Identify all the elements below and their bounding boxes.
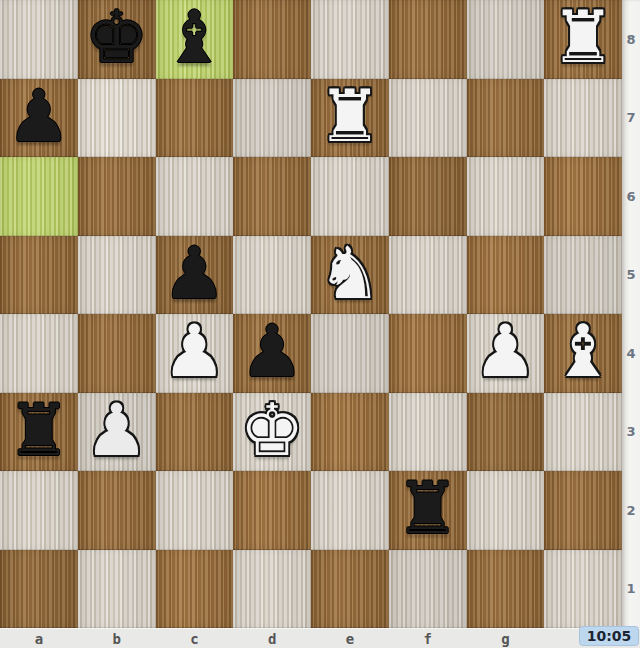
piece-white-pawn-c4[interactable]: ♟	[162, 315, 227, 387]
square-g3[interactable]	[467, 393, 545, 472]
square-c3[interactable]	[156, 393, 234, 472]
square-g1[interactable]	[467, 550, 545, 629]
file-label-a: a	[0, 629, 78, 648]
rank-label-4: 4	[622, 314, 640, 393]
square-b5[interactable]	[78, 236, 156, 315]
piece-white-pawn-g4[interactable]: ♟	[473, 315, 538, 387]
rank-label-6: 6	[622, 157, 640, 236]
file-label-e: e	[311, 629, 389, 648]
square-f8[interactable]	[389, 0, 467, 79]
square-e6[interactable]	[311, 157, 389, 236]
piece-white-bishop-h4[interactable]: ♝	[551, 315, 616, 387]
file-label-c: c	[156, 629, 234, 648]
square-h3[interactable]	[544, 393, 622, 472]
square-f2[interactable]: ♜	[389, 471, 467, 550]
square-d5[interactable]	[233, 236, 311, 315]
square-a6[interactable]	[0, 157, 78, 236]
square-d8[interactable]	[233, 0, 311, 79]
square-b6[interactable]	[78, 157, 156, 236]
square-a5[interactable]	[0, 236, 78, 315]
square-h2[interactable]	[544, 471, 622, 550]
square-b3[interactable]: ♟	[78, 393, 156, 472]
square-d4[interactable]: ♟	[233, 314, 311, 393]
square-d3[interactable]: ♚	[233, 393, 311, 472]
square-c7[interactable]	[156, 79, 234, 158]
piece-white-pawn-b3[interactable]: ♟	[84, 394, 149, 466]
rank-label-8: 8	[622, 0, 640, 79]
piece-white-knight-e5[interactable]: ♞	[318, 237, 383, 309]
square-e5[interactable]: ♞	[311, 236, 389, 315]
file-label-f: f	[389, 629, 467, 648]
square-h6[interactable]	[544, 157, 622, 236]
square-e4[interactable]	[311, 314, 389, 393]
rank-label-7: 7	[622, 79, 640, 158]
rank-label-3: 3	[622, 393, 640, 472]
square-a7[interactable]: ♟	[0, 79, 78, 158]
square-c2[interactable]	[156, 471, 234, 550]
rank-label-1: 1	[622, 550, 640, 629]
clock: 10:05	[579, 626, 639, 646]
square-a2[interactable]	[0, 471, 78, 550]
square-f7[interactable]	[389, 79, 467, 158]
square-g6[interactable]	[467, 157, 545, 236]
file-coordinate-strip: abcdefg	[0, 628, 640, 648]
file-label-b: b	[78, 629, 156, 648]
piece-black-pawn-d4[interactable]: ♟	[240, 315, 305, 387]
square-f4[interactable]	[389, 314, 467, 393]
square-g7[interactable]	[467, 79, 545, 158]
square-e8[interactable]	[311, 0, 389, 79]
square-e1[interactable]	[311, 550, 389, 629]
square-a1[interactable]	[0, 550, 78, 629]
square-d7[interactable]	[233, 79, 311, 158]
square-h5[interactable]	[544, 236, 622, 315]
square-c5[interactable]: ♟	[156, 236, 234, 315]
square-h1[interactable]	[544, 550, 622, 629]
rank-coordinate-strip: 87654321	[622, 0, 640, 628]
square-a8[interactable]	[0, 0, 78, 79]
piece-black-king-b8[interactable]: ♚	[84, 1, 149, 73]
square-g5[interactable]	[467, 236, 545, 315]
square-h8[interactable]: ♜	[544, 0, 622, 79]
file-label-d: d	[233, 629, 311, 648]
piece-black-rook-f2[interactable]: ♜	[395, 472, 460, 544]
piece-black-rook-a3[interactable]: ♜	[7, 394, 72, 466]
square-h4[interactable]: ♝	[544, 314, 622, 393]
square-c8[interactable]: ♝	[156, 0, 234, 79]
square-f6[interactable]	[389, 157, 467, 236]
square-d2[interactable]	[233, 471, 311, 550]
piece-black-pawn-a7[interactable]: ♟	[7, 80, 72, 152]
square-b7[interactable]	[78, 79, 156, 158]
square-f3[interactable]	[389, 393, 467, 472]
square-d6[interactable]	[233, 157, 311, 236]
file-label-g: g	[467, 629, 545, 648]
rank-label-5: 5	[622, 236, 640, 315]
square-c6[interactable]	[156, 157, 234, 236]
piece-white-king-d3[interactable]: ♚	[240, 394, 305, 466]
square-e3[interactable]	[311, 393, 389, 472]
piece-black-bishop-c8[interactable]: ♝	[162, 1, 227, 73]
square-b8[interactable]: ♚	[78, 0, 156, 79]
piece-white-rook-h8[interactable]: ♜	[551, 1, 616, 73]
chess-board: ♚♝♜♟♜♟♞♟♟♟♝♜♟♚♜	[0, 0, 622, 628]
square-a4[interactable]	[0, 314, 78, 393]
chess-app: ♚♝♜♟♜♟♞♟♟♟♝♜♟♚♜ 87654321 abcdefg 10:05	[0, 0, 640, 648]
square-c1[interactable]	[156, 550, 234, 629]
square-b1[interactable]	[78, 550, 156, 629]
square-h7[interactable]	[544, 79, 622, 158]
piece-white-rook-e7[interactable]: ♜	[318, 80, 383, 152]
square-f5[interactable]	[389, 236, 467, 315]
square-a3[interactable]: ♜	[0, 393, 78, 472]
square-g4[interactable]: ♟	[467, 314, 545, 393]
piece-black-pawn-c5[interactable]: ♟	[162, 237, 227, 309]
square-g8[interactable]	[467, 0, 545, 79]
square-e2[interactable]	[311, 471, 389, 550]
square-c4[interactable]: ♟	[156, 314, 234, 393]
square-f1[interactable]	[389, 550, 467, 629]
square-b4[interactable]	[78, 314, 156, 393]
square-b2[interactable]	[78, 471, 156, 550]
square-d1[interactable]	[233, 550, 311, 629]
square-e7[interactable]: ♜	[311, 79, 389, 158]
rank-label-2: 2	[622, 471, 640, 550]
square-g2[interactable]	[467, 471, 545, 550]
